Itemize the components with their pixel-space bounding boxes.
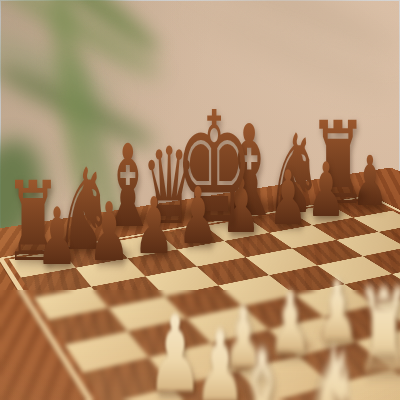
piece-f7-pawn[interactable]: ♟ xyxy=(268,161,307,236)
piece-c7-pawn[interactable]: ♟ xyxy=(134,187,175,265)
pieces-layer: ♜♞♝♛♚♝♞♜♟♟♟♟♟♟♟♟♟♟♟♟♟♜♝♞ xyxy=(0,0,400,400)
piece-d7-pawn[interactable]: ♟ xyxy=(178,177,219,255)
piece-a7-pawn[interactable]: ♟ xyxy=(36,198,77,277)
piece-b7-pawn[interactable]: ♟ xyxy=(88,192,130,273)
piece-g1-knight[interactable]: ♞ xyxy=(302,332,362,400)
piece-f1-bishop[interactable]: ♝ xyxy=(231,334,293,400)
chess-photo-scene: ♜♞♝♛♚♝♞♜♟♟♟♟♟♟♟♟♟♟♟♟♟♜♝♞ xyxy=(0,0,400,400)
